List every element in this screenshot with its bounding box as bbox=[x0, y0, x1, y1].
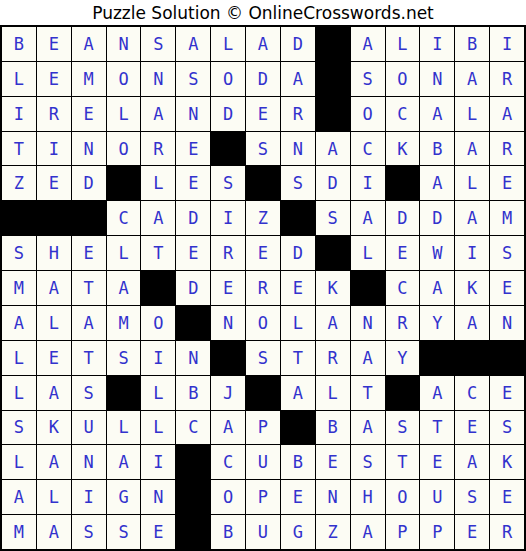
letter-cell-r15c1[interactable]: M bbox=[2, 515, 36, 549]
letter-cell-r6c12[interactable]: D bbox=[386, 201, 420, 235]
letter-cell-r7c3[interactable]: E bbox=[72, 236, 106, 270]
block-cell-r14c6 bbox=[176, 480, 210, 514]
letter-cell-r4c12[interactable]: K bbox=[386, 132, 420, 166]
block-cell-r5c12 bbox=[386, 166, 420, 200]
letter-cell-r6c6[interactable]: D bbox=[176, 201, 210, 235]
letter-cell-r9c12[interactable]: R bbox=[386, 306, 420, 340]
letter-cell-r8c13[interactable]: A bbox=[420, 271, 454, 305]
letter-cell-r15c12[interactable]: P bbox=[386, 515, 420, 549]
letter-cell-r7c15[interactable]: S bbox=[490, 236, 524, 270]
letter-cell-r15c5[interactable]: E bbox=[141, 515, 175, 549]
letter-cell-r11c13[interactable]: A bbox=[420, 376, 454, 410]
letter-cell-r6c15[interactable]: M bbox=[490, 201, 524, 235]
letter-cell-r7c7[interactable]: R bbox=[211, 236, 245, 270]
letter-cell-r6c11[interactable]: A bbox=[351, 201, 385, 235]
block-cell-r5c4 bbox=[107, 166, 141, 200]
letter-cell-r9c2[interactable]: L bbox=[37, 306, 71, 340]
letter-cell-r8c2[interactable]: A bbox=[37, 271, 71, 305]
letter-cell-r11c11[interactable]: T bbox=[351, 376, 385, 410]
letter-cell-r10c10[interactable]: R bbox=[316, 341, 350, 375]
letter-cell-r14c11[interactable]: H bbox=[351, 480, 385, 514]
letter-cell-r12c1[interactable]: S bbox=[2, 411, 36, 445]
letter-cell-r2c11[interactable]: S bbox=[351, 62, 385, 96]
letter-cell-r8c15[interactable]: E bbox=[490, 271, 524, 305]
letter-cell-r13c14[interactable]: A bbox=[455, 445, 489, 479]
letter-cell-r4c9[interactable]: N bbox=[281, 132, 315, 166]
block-cell-r4c7 bbox=[211, 132, 245, 166]
letter-cell-r1c12[interactable]: L bbox=[386, 27, 420, 61]
letter-cell-r7c12[interactable]: E bbox=[386, 236, 420, 270]
letter-cell-r14c5[interactable]: N bbox=[141, 480, 175, 514]
letter-cell-r6c10[interactable]: S bbox=[316, 201, 350, 235]
letter-cell-r5c5[interactable]: L bbox=[141, 166, 175, 200]
letter-cell-r13c8[interactable]: U bbox=[246, 445, 280, 479]
block-cell-r11c8 bbox=[246, 376, 280, 410]
letter-cell-r12c13[interactable]: T bbox=[420, 411, 454, 445]
letter-cell-r2c9[interactable]: A bbox=[281, 62, 315, 96]
puzzle-solution-page: Puzzle Solution © OnlineCrosswords.net B… bbox=[0, 0, 526, 551]
block-cell-r11c4 bbox=[107, 376, 141, 410]
letter-cell-r5c2[interactable]: E bbox=[37, 166, 71, 200]
letter-cell-r2c6[interactable]: S bbox=[176, 62, 210, 96]
letter-cell-r13c9[interactable]: B bbox=[281, 445, 315, 479]
crossword-grid: BEANSALADALIBILEMONSODASONARIRELANDEROCA… bbox=[0, 25, 526, 551]
letter-cell-r3c3[interactable]: E bbox=[72, 97, 106, 131]
letter-cell-r1c4[interactable]: N bbox=[107, 27, 141, 61]
letter-cell-r12c6[interactable]: C bbox=[176, 411, 210, 445]
letter-cell-r2c12[interactable]: O bbox=[386, 62, 420, 96]
letter-cell-r15c3[interactable]: S bbox=[72, 515, 106, 549]
letter-cell-r4c8[interactable]: S bbox=[246, 132, 280, 166]
letter-cell-r9c15[interactable]: N bbox=[490, 306, 524, 340]
letter-cell-r8c7[interactable]: E bbox=[211, 271, 245, 305]
letter-cell-r14c4[interactable]: G bbox=[107, 480, 141, 514]
letter-cell-r7c5[interactable]: T bbox=[141, 236, 175, 270]
letter-cell-r1c9[interactable]: D bbox=[281, 27, 315, 61]
letter-cell-r3c11[interactable]: O bbox=[351, 97, 385, 131]
letter-cell-r14c1[interactable]: A bbox=[2, 480, 36, 514]
letter-cell-r10c11[interactable]: A bbox=[351, 341, 385, 375]
letter-cell-r13c3[interactable]: N bbox=[72, 445, 106, 479]
block-cell-r6c9 bbox=[281, 201, 315, 235]
block-cell-r12c9 bbox=[281, 411, 315, 445]
letter-cell-r12c14[interactable]: E bbox=[455, 411, 489, 445]
letter-cell-r13c7[interactable]: C bbox=[211, 445, 245, 479]
letter-cell-r5c14[interactable]: L bbox=[455, 166, 489, 200]
letter-cell-r15c13[interactable]: P bbox=[420, 515, 454, 549]
letter-cell-r8c8[interactable]: R bbox=[246, 271, 280, 305]
letter-cell-r3c2[interactable]: R bbox=[37, 97, 71, 131]
letter-cell-r3c15[interactable]: A bbox=[490, 97, 524, 131]
letter-cell-r8c1[interactable]: M bbox=[2, 271, 36, 305]
letter-cell-r2c13[interactable]: N bbox=[420, 62, 454, 96]
letter-cell-r3c14[interactable]: L bbox=[455, 97, 489, 131]
title-bar: Puzzle Solution © OnlineCrosswords.net bbox=[0, 0, 526, 25]
letter-cell-r2c3[interactable]: M bbox=[72, 62, 106, 96]
letter-cell-r13c12[interactable]: T bbox=[386, 445, 420, 479]
page-title: Puzzle Solution © OnlineCrosswords.net bbox=[92, 3, 434, 23]
letter-cell-r3c6[interactable]: N bbox=[176, 97, 210, 131]
letter-cell-r12c2[interactable]: K bbox=[37, 411, 71, 445]
letter-cell-r1c15[interactable]: I bbox=[490, 27, 524, 61]
letter-cell-r13c4[interactable]: A bbox=[107, 445, 141, 479]
block-cell-r10c14 bbox=[455, 341, 489, 375]
letter-cell-r5c7[interactable]: S bbox=[211, 166, 245, 200]
letter-cell-r15c2[interactable]: A bbox=[37, 515, 71, 549]
letter-cell-r8c10[interactable]: K bbox=[316, 271, 350, 305]
letter-cell-r15c10[interactable]: Z bbox=[316, 515, 350, 549]
letter-cell-r9c11[interactable]: N bbox=[351, 306, 385, 340]
letter-cell-r8c9[interactable]: E bbox=[281, 271, 315, 305]
letter-cell-r15c7[interactable]: B bbox=[211, 515, 245, 549]
letter-cell-r7c2[interactable]: H bbox=[37, 236, 71, 270]
letter-cell-r15c14[interactable]: E bbox=[455, 515, 489, 549]
letter-cell-r12c12[interactable]: S bbox=[386, 411, 420, 445]
letter-cell-r14c10[interactable]: N bbox=[316, 480, 350, 514]
letter-cell-r7c6[interactable]: E bbox=[176, 236, 210, 270]
letter-cell-r8c3[interactable]: T bbox=[72, 271, 106, 305]
letter-cell-r12c4[interactable]: L bbox=[107, 411, 141, 445]
letter-cell-r6c4[interactable]: C bbox=[107, 201, 141, 235]
letter-cell-r12c5[interactable]: L bbox=[141, 411, 175, 445]
letter-cell-r9c1[interactable]: A bbox=[2, 306, 36, 340]
letter-cell-r10c6[interactable]: N bbox=[176, 341, 210, 375]
letter-cell-r3c1[interactable]: I bbox=[2, 97, 36, 131]
block-cell-r15c6 bbox=[176, 515, 210, 549]
letter-cell-r14c13[interactable]: U bbox=[420, 480, 454, 514]
letter-cell-r5c11[interactable]: I bbox=[351, 166, 385, 200]
letter-cell-r5c9[interactable]: S bbox=[281, 166, 315, 200]
letter-cell-r12c10[interactable]: B bbox=[316, 411, 350, 445]
block-cell-r5c8 bbox=[246, 166, 280, 200]
letter-cell-r13c1[interactable]: L bbox=[2, 445, 36, 479]
letter-cell-r4c6[interactable]: E bbox=[176, 132, 210, 166]
letter-cell-r4c2[interactable]: I bbox=[37, 132, 71, 166]
letter-cell-r1c1[interactable]: B bbox=[2, 27, 36, 61]
letter-cell-r3c9[interactable]: R bbox=[281, 97, 315, 131]
letter-cell-r4c15[interactable]: R bbox=[490, 132, 524, 166]
letter-cell-r4c4[interactable]: O bbox=[107, 132, 141, 166]
letter-cell-r14c8[interactable]: P bbox=[246, 480, 280, 514]
letter-cell-r11c15[interactable]: E bbox=[490, 376, 524, 410]
letter-cell-r13c11[interactable]: S bbox=[351, 445, 385, 479]
letter-cell-r15c8[interactable]: U bbox=[246, 515, 280, 549]
letter-cell-r5c10[interactable]: D bbox=[316, 166, 350, 200]
letter-cell-r12c3[interactable]: U bbox=[72, 411, 106, 445]
letter-cell-r5c15[interactable]: E bbox=[490, 166, 524, 200]
letter-cell-r13c10[interactable]: E bbox=[316, 445, 350, 479]
letter-cell-r2c14[interactable]: A bbox=[455, 62, 489, 96]
letter-cell-r9c7[interactable]: N bbox=[211, 306, 245, 340]
letter-cell-r8c6[interactable]: D bbox=[176, 271, 210, 305]
block-cell-r10c15 bbox=[490, 341, 524, 375]
letter-cell-r9c4[interactable]: M bbox=[107, 306, 141, 340]
letter-cell-r1c2[interactable]: E bbox=[37, 27, 71, 61]
letter-cell-r10c3[interactable]: T bbox=[72, 341, 106, 375]
letter-cell-r10c8[interactable]: S bbox=[246, 341, 280, 375]
letter-cell-r7c13[interactable]: W bbox=[420, 236, 454, 270]
letter-cell-r8c14[interactable]: K bbox=[455, 271, 489, 305]
letter-cell-r3c12[interactable]: C bbox=[386, 97, 420, 131]
letter-cell-r1c6[interactable]: A bbox=[176, 27, 210, 61]
letter-cell-r11c9[interactable]: A bbox=[281, 376, 315, 410]
letter-cell-r7c1[interactable]: S bbox=[2, 236, 36, 270]
letter-cell-r7c14[interactable]: I bbox=[455, 236, 489, 270]
letter-cell-r1c5[interactable]: S bbox=[141, 27, 175, 61]
letter-cell-r3c4[interactable]: L bbox=[107, 97, 141, 131]
letter-cell-r9c3[interactable]: A bbox=[72, 306, 106, 340]
letter-cell-r4c11[interactable]: C bbox=[351, 132, 385, 166]
letter-cell-r1c8[interactable]: A bbox=[246, 27, 280, 61]
letter-cell-r2c8[interactable]: D bbox=[246, 62, 280, 96]
letter-cell-r5c3[interactable]: D bbox=[72, 166, 106, 200]
letter-cell-r9c5[interactable]: O bbox=[141, 306, 175, 340]
letter-cell-r12c15[interactable]: S bbox=[490, 411, 524, 445]
letter-cell-r3c8[interactable]: E bbox=[246, 97, 280, 131]
block-cell-r3c10 bbox=[316, 97, 350, 131]
letter-cell-r6c7[interactable]: I bbox=[211, 201, 245, 235]
letter-cell-r2c15[interactable]: R bbox=[490, 62, 524, 96]
letter-cell-r11c2[interactable]: A bbox=[37, 376, 71, 410]
letter-cell-r4c1[interactable]: T bbox=[2, 132, 36, 166]
letter-cell-r1c3[interactable]: A bbox=[72, 27, 106, 61]
letter-cell-r1c11[interactable]: A bbox=[351, 27, 385, 61]
block-cell-r1c10 bbox=[316, 27, 350, 61]
letter-cell-r12c11[interactable]: A bbox=[351, 411, 385, 445]
letter-cell-r5c13[interactable]: A bbox=[420, 166, 454, 200]
letter-cell-r6c14[interactable]: A bbox=[455, 201, 489, 235]
letter-cell-r6c5[interactable]: A bbox=[141, 201, 175, 235]
letter-cell-r15c11[interactable]: A bbox=[351, 515, 385, 549]
letter-cell-r13c2[interactable]: A bbox=[37, 445, 71, 479]
block-cell-r6c3 bbox=[72, 201, 106, 235]
letter-cell-r13c13[interactable]: E bbox=[420, 445, 454, 479]
letter-cell-r9c8[interactable]: O bbox=[246, 306, 280, 340]
letter-cell-r6c8[interactable]: Z bbox=[246, 201, 280, 235]
letter-cell-r3c7[interactable]: D bbox=[211, 97, 245, 131]
letter-cell-r12c7[interactable]: A bbox=[211, 411, 245, 445]
letter-cell-r11c14[interactable]: C bbox=[455, 376, 489, 410]
block-cell-r8c5 bbox=[141, 271, 175, 305]
letter-cell-r7c4[interactable]: L bbox=[107, 236, 141, 270]
letter-cell-r2c4[interactable]: O bbox=[107, 62, 141, 96]
letter-cell-r4c13[interactable]: B bbox=[420, 132, 454, 166]
letter-cell-r9c14[interactable]: A bbox=[455, 306, 489, 340]
letter-cell-r14c12[interactable]: O bbox=[386, 480, 420, 514]
letter-cell-r4c3[interactable]: N bbox=[72, 132, 106, 166]
block-cell-r6c1 bbox=[2, 201, 36, 235]
letter-cell-r14c3[interactable]: I bbox=[72, 480, 106, 514]
letter-cell-r12c8[interactable]: P bbox=[246, 411, 280, 445]
letter-cell-r4c10[interactable]: A bbox=[316, 132, 350, 166]
letter-cell-r11c7[interactable]: J bbox=[211, 376, 245, 410]
letter-cell-r5c6[interactable]: E bbox=[176, 166, 210, 200]
letter-cell-r11c10[interactable]: L bbox=[316, 376, 350, 410]
letter-cell-r5c1[interactable]: Z bbox=[2, 166, 36, 200]
letter-cell-r4c5[interactable]: R bbox=[141, 132, 175, 166]
letter-cell-r8c4[interactable]: A bbox=[107, 271, 141, 305]
letter-cell-r14c15[interactable]: E bbox=[490, 480, 524, 514]
letter-cell-r13c5[interactable]: I bbox=[141, 445, 175, 479]
block-cell-r10c7 bbox=[211, 341, 245, 375]
block-cell-r11c12 bbox=[386, 376, 420, 410]
letter-cell-r11c1[interactable]: L bbox=[2, 376, 36, 410]
letter-cell-r2c1[interactable]: L bbox=[2, 62, 36, 96]
letter-cell-r15c4[interactable]: S bbox=[107, 515, 141, 549]
letter-cell-r8c12[interactable]: C bbox=[386, 271, 420, 305]
letter-cell-r7c9[interactable]: D bbox=[281, 236, 315, 270]
letter-cell-r1c14[interactable]: B bbox=[455, 27, 489, 61]
letter-cell-r14c2[interactable]: L bbox=[37, 480, 71, 514]
letter-cell-r3c13[interactable]: A bbox=[420, 97, 454, 131]
letter-cell-r15c9[interactable]: G bbox=[281, 515, 315, 549]
letter-cell-r7c8[interactable]: E bbox=[246, 236, 280, 270]
block-cell-r13c6 bbox=[176, 445, 210, 479]
letter-cell-r14c9[interactable]: E bbox=[281, 480, 315, 514]
letter-cell-r11c6[interactable]: B bbox=[176, 376, 210, 410]
letter-cell-r14c7[interactable]: O bbox=[211, 480, 245, 514]
letter-cell-r7c11[interactable]: L bbox=[351, 236, 385, 270]
block-cell-r8c11 bbox=[351, 271, 385, 305]
letter-cell-r10c2[interactable]: E bbox=[37, 341, 71, 375]
letter-cell-r10c4[interactable]: S bbox=[107, 341, 141, 375]
letter-cell-r10c1[interactable]: L bbox=[2, 341, 36, 375]
block-cell-r6c2 bbox=[37, 201, 71, 235]
letter-cell-r9c10[interactable]: A bbox=[316, 306, 350, 340]
letter-cell-r1c7[interactable]: L bbox=[211, 27, 245, 61]
letter-cell-r2c5[interactable]: N bbox=[141, 62, 175, 96]
letter-cell-r10c9[interactable]: T bbox=[281, 341, 315, 375]
letter-cell-r11c5[interactable]: L bbox=[141, 376, 175, 410]
letter-cell-r4c14[interactable]: A bbox=[455, 132, 489, 166]
letter-cell-r15c15[interactable]: R bbox=[490, 515, 524, 549]
letter-cell-r9c13[interactable]: Y bbox=[420, 306, 454, 340]
block-cell-r2c10 bbox=[316, 62, 350, 96]
letter-cell-r2c7[interactable]: O bbox=[211, 62, 245, 96]
letter-cell-r10c12[interactable]: Y bbox=[386, 341, 420, 375]
letter-cell-r6c13[interactable]: D bbox=[420, 201, 454, 235]
block-cell-r10c13 bbox=[420, 341, 454, 375]
letter-cell-r11c3[interactable]: S bbox=[72, 376, 106, 410]
letter-cell-r9c9[interactable]: L bbox=[281, 306, 315, 340]
letter-cell-r14c14[interactable]: S bbox=[455, 480, 489, 514]
letter-cell-r2c2[interactable]: E bbox=[37, 62, 71, 96]
letter-cell-r10c5[interactable]: I bbox=[141, 341, 175, 375]
block-cell-r9c6 bbox=[176, 306, 210, 340]
letter-cell-r13c15[interactable]: K bbox=[490, 445, 524, 479]
letter-cell-r1c13[interactable]: I bbox=[420, 27, 454, 61]
letter-cell-r3c5[interactable]: A bbox=[141, 97, 175, 131]
block-cell-r7c10 bbox=[316, 236, 350, 270]
